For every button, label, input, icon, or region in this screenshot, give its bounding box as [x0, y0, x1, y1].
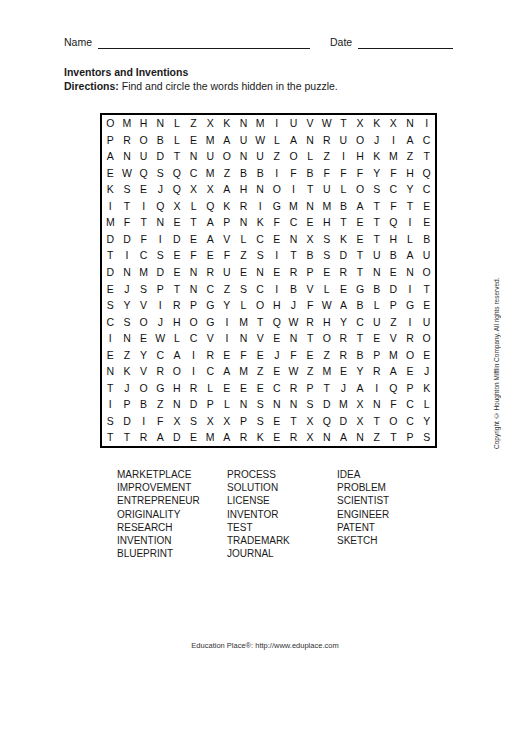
- grid-cell-r5c2: S: [119, 181, 136, 198]
- grid-cell-r6c10: I: [252, 198, 269, 215]
- grid-cell-r5c16: O: [352, 181, 369, 198]
- grid-cell-r14c17: E: [368, 330, 385, 347]
- word-list-column: MARKETPLACEIMPROVEMENTENTREPRENEURORIGIN…: [117, 468, 227, 560]
- grid-cell-r5c6: X: [185, 181, 202, 198]
- word-list-column: PROCESSSOLUTIONLICENSEINVENTORTESTTRADEM…: [227, 468, 337, 560]
- word-list: MARKETPLACEIMPROVEMENTENTREPRENEURORIGIN…: [117, 468, 447, 560]
- grid-cell-r1c13: V: [302, 115, 319, 132]
- grid-cell-r20c10: K: [252, 429, 269, 446]
- grid-cell-r13c18: Z: [385, 314, 402, 331]
- grid-cell-r17c19: P: [402, 380, 419, 397]
- grid-cell-r8c14: S: [318, 231, 335, 248]
- grid-cell-r20c18: T: [385, 429, 402, 446]
- grid-cell-r2c8: A: [219, 132, 236, 149]
- grid-cell-r16c15: E: [335, 363, 352, 380]
- grid-cell-r12c6: P: [185, 297, 202, 314]
- grid-cell-r15c2: Z: [119, 347, 136, 364]
- word-list-item: BLUEPRINT: [117, 547, 227, 560]
- grid-cell-r10c3: M: [135, 264, 152, 281]
- grid-cell-r1c15: T: [335, 115, 352, 132]
- grid-cell-r7c3: T: [135, 214, 152, 231]
- grid-cell-r2c13: N: [302, 132, 319, 149]
- grid-cell-r5c12: I: [285, 181, 302, 198]
- grid-cell-r17c7: L: [202, 380, 219, 397]
- grid-cell-r7c17: T: [368, 214, 385, 231]
- grid-cell-r19c10: S: [252, 413, 269, 430]
- grid-cell-r1c10: M: [252, 115, 269, 132]
- grid-cell-r10c16: T: [352, 264, 369, 281]
- grid-cell-r2c10: W: [252, 132, 269, 149]
- grid-cell-r14c1: I: [102, 330, 119, 347]
- grid-cell-r17c11: C: [268, 380, 285, 397]
- grid-cell-r15c9: F: [235, 347, 252, 364]
- grid-cell-r6c9: R: [235, 198, 252, 215]
- grid-cell-r8c10: C: [252, 231, 269, 248]
- grid-cell-r7c10: K: [252, 214, 269, 231]
- grid-cell-r14c16: T: [352, 330, 369, 347]
- grid-cell-r1c2: M: [119, 115, 136, 132]
- grid-cell-r18c12: N: [285, 396, 302, 413]
- grid-cell-r10c19: N: [402, 264, 419, 281]
- grid-cell-r4c11: I: [268, 165, 285, 182]
- grid-cell-r19c20: Y: [418, 413, 435, 430]
- date-blank-line: [358, 36, 453, 49]
- grid-cell-r20c15: A: [335, 429, 352, 446]
- grid-cell-r4c5: Q: [169, 165, 186, 182]
- grid-cell-r17c2: J: [119, 380, 136, 397]
- grid-cell-r7c16: E: [352, 214, 369, 231]
- word-list-item: LICENSE: [227, 494, 337, 507]
- grid-cell-r8c16: E: [352, 231, 369, 248]
- grid-cell-r15c19: O: [402, 347, 419, 364]
- worksheet-title: Inventors and Inventions: [64, 66, 188, 78]
- grid-cell-r15c18: M: [385, 347, 402, 364]
- grid-cell-r12c2: Y: [119, 297, 136, 314]
- grid-cell-r5c3: E: [135, 181, 152, 198]
- grid-cell-r9c2: I: [119, 247, 136, 264]
- grid-cell-r14c14: O: [318, 330, 335, 347]
- grid-cell-r13c10: T: [252, 314, 269, 331]
- word-list-item: PATENT: [337, 521, 447, 534]
- grid-cell-r7c13: E: [302, 214, 319, 231]
- grid-cell-r13c1: C: [102, 314, 119, 331]
- word-list-item: SCIENTIST: [337, 494, 447, 507]
- grid-cell-r9c10: S: [252, 247, 269, 264]
- grid-cell-r4c9: B: [235, 165, 252, 182]
- grid-cell-r19c2: D: [119, 413, 136, 430]
- grid-cell-r12c3: V: [135, 297, 152, 314]
- grid-cell-r8c7: A: [202, 231, 219, 248]
- grid-cell-r19c19: C: [402, 413, 419, 430]
- grid-cell-r15c8: E: [219, 347, 236, 364]
- grid-cell-r19c15: D: [335, 413, 352, 430]
- grid-cell-r9c11: I: [268, 247, 285, 264]
- grid-cell-r17c15: J: [335, 380, 352, 397]
- grid-cell-r3c10: U: [252, 148, 269, 165]
- grid-cell-r1c6: Z: [185, 115, 202, 132]
- grid-cell-r10c20: O: [418, 264, 435, 281]
- grid-cell-r3c7: U: [202, 148, 219, 165]
- grid-cell-r12c12: J: [285, 297, 302, 314]
- grid-cell-r18c4: Z: [152, 396, 169, 413]
- grid-cell-r7c14: H: [318, 214, 335, 231]
- grid-cell-r8c3: F: [135, 231, 152, 248]
- grid-cell-r5c9: H: [235, 181, 252, 198]
- grid-cell-r8c4: I: [152, 231, 169, 248]
- grid-cell-r8c19: L: [402, 231, 419, 248]
- grid-cell-r6c12: M: [285, 198, 302, 215]
- grid-cell-r9c8: F: [219, 247, 236, 264]
- word-list-item: ENTREPRENEUR: [117, 494, 227, 507]
- grid-cell-r17c8: E: [219, 380, 236, 397]
- grid-cell-r6c3: I: [135, 198, 152, 215]
- grid-cell-r8c12: N: [285, 231, 302, 248]
- grid-cell-r14c4: W: [152, 330, 169, 347]
- grid-cell-r13c12: W: [285, 314, 302, 331]
- word-list-item: SOLUTION: [227, 481, 337, 494]
- grid-cell-r12c20: E: [418, 297, 435, 314]
- grid-cell-r13c4: J: [152, 314, 169, 331]
- grid-cell-r13c9: M: [235, 314, 252, 331]
- grid-cell-r8c17: T: [368, 231, 385, 248]
- grid-cell-r13c7: G: [202, 314, 219, 331]
- grid-cell-r19c11: E: [268, 413, 285, 430]
- grid-cell-r12c15: A: [335, 297, 352, 314]
- grid-cell-r5c8: A: [219, 181, 236, 198]
- grid-cell-r3c16: H: [352, 148, 369, 165]
- grid-cell-r10c9: E: [235, 264, 252, 281]
- directions-label: Directions:: [64, 80, 119, 92]
- grid-cell-r11c1: E: [102, 280, 119, 297]
- grid-cell-r15c4: C: [152, 347, 169, 364]
- grid-cell-r18c6: D: [185, 396, 202, 413]
- grid-cell-r6c4: Q: [152, 198, 169, 215]
- grid-cell-r12c16: B: [352, 297, 369, 314]
- grid-cell-r7c1: M: [102, 214, 119, 231]
- grid-cell-r6c6: L: [185, 198, 202, 215]
- date-label: Date: [330, 36, 352, 49]
- grid-cell-r15c12: F: [285, 347, 302, 364]
- grid-cell-r16c7: C: [202, 363, 219, 380]
- grid-cell-r5c18: C: [385, 181, 402, 198]
- grid-cell-r9c15: D: [335, 247, 352, 264]
- grid-cell-r1c1: O: [102, 115, 119, 132]
- grid-cell-r18c16: X: [352, 396, 369, 413]
- grid-cell-r3c1: A: [102, 148, 119, 165]
- grid-cell-r13c6: O: [185, 314, 202, 331]
- name-date-row: Name Date: [64, 36, 456, 49]
- grid-cell-r14c3: E: [135, 330, 152, 347]
- grid-cell-r17c17: I: [368, 380, 385, 397]
- grid-cell-r17c4: G: [152, 380, 169, 397]
- grid-cell-r5c7: X: [202, 181, 219, 198]
- grid-cell-r8c2: D: [119, 231, 136, 248]
- grid-cell-r10c1: D: [102, 264, 119, 281]
- grid-cell-r9c3: C: [135, 247, 152, 264]
- grid-cell-r14c9: N: [235, 330, 252, 347]
- grid-cell-r3c4: D: [152, 148, 169, 165]
- grid-cell-r18c7: P: [202, 396, 219, 413]
- grid-cell-r1c16: X: [352, 115, 369, 132]
- grid-cell-r11c14: L: [318, 280, 335, 297]
- grid-cell-r19c7: X: [202, 413, 219, 430]
- grid-cell-r10c6: N: [185, 264, 202, 281]
- grid-cell-r19c4: F: [152, 413, 169, 430]
- grid-cell-r4c2: W: [119, 165, 136, 182]
- grid-cell-r19c16: X: [352, 413, 369, 430]
- grid-cell-r11c18: D: [385, 280, 402, 297]
- grid-cell-r18c14: D: [318, 396, 335, 413]
- name-label: Name: [64, 36, 92, 49]
- grid-cell-r2c6: E: [185, 132, 202, 149]
- grid-cell-r9c18: B: [385, 247, 402, 264]
- word-list-item: INVENTOR: [227, 508, 337, 521]
- grid-cell-r11c6: N: [185, 280, 202, 297]
- grid-cell-r16c13: Z: [302, 363, 319, 380]
- grid-cell-r19c13: X: [302, 413, 319, 430]
- grid-cell-r8c6: E: [185, 231, 202, 248]
- grid-cell-r8c11: E: [268, 231, 285, 248]
- grid-cell-r20c11: E: [268, 429, 285, 446]
- grid-cell-r4c14: F: [318, 165, 335, 182]
- footer-url: Education Place®: http://www.eduplace.co…: [0, 641, 530, 650]
- grid-cell-r12c17: L: [368, 297, 385, 314]
- grid-cell-r3c8: O: [219, 148, 236, 165]
- grid-cell-r1c11: I: [268, 115, 285, 132]
- grid-cell-r3c15: I: [335, 148, 352, 165]
- grid-cell-r9c20: U: [418, 247, 435, 264]
- grid-cell-r13c13: R: [302, 314, 319, 331]
- grid-cell-r15c3: Y: [135, 347, 152, 364]
- grid-cell-r1c20: I: [418, 115, 435, 132]
- grid-cell-r4c8: Z: [219, 165, 236, 182]
- grid-cell-r14c15: R: [335, 330, 352, 347]
- grid-cell-r20c2: T: [119, 429, 136, 446]
- name-blank-line: [98, 36, 310, 49]
- grid-cell-r13c17: U: [368, 314, 385, 331]
- grid-cell-r4c16: F: [352, 165, 369, 182]
- grid-cell-r16c1: N: [102, 363, 119, 380]
- word-list-item: PROBLEM: [337, 481, 447, 494]
- grid-cell-r3c14: Z: [318, 148, 335, 165]
- grid-cell-r1c7: X: [202, 115, 219, 132]
- grid-cell-r3c17: K: [368, 148, 385, 165]
- grid-cell-r8c15: K: [335, 231, 352, 248]
- word-list-item: RESEARCH: [117, 521, 227, 534]
- grid-cell-r11c15: E: [335, 280, 352, 297]
- grid-cell-r4c15: F: [335, 165, 352, 182]
- grid-cell-r18c5: N: [169, 396, 186, 413]
- grid-cell-r2c15: U: [335, 132, 352, 149]
- grid-cell-r5c17: S: [368, 181, 385, 198]
- directions-text: Find and circle the words hidden in the …: [119, 80, 338, 92]
- grid-cell-r11c10: C: [252, 280, 269, 297]
- grid-cell-r7c15: T: [335, 214, 352, 231]
- grid-cell-r18c20: L: [418, 396, 435, 413]
- word-list-item: MARKETPLACE: [117, 468, 227, 481]
- grid-cell-r12c11: H: [268, 297, 285, 314]
- grid-cell-r11c4: P: [152, 280, 169, 297]
- grid-cell-r14c18: V: [385, 330, 402, 347]
- grid-cell-r11c3: S: [135, 280, 152, 297]
- grid-cell-r17c18: Q: [385, 380, 402, 397]
- grid-cell-r14c5: L: [169, 330, 186, 347]
- grid-cell-r12c8: Y: [219, 297, 236, 314]
- grid-cell-r16c12: W: [285, 363, 302, 380]
- grid-cell-r12c5: R: [169, 297, 186, 314]
- grid-cell-r5c11: O: [268, 181, 285, 198]
- grid-cell-r14c7: V: [202, 330, 219, 347]
- grid-cell-r6c16: A: [352, 198, 369, 215]
- grid-cell-r5c13: T: [302, 181, 319, 198]
- grid-cell-r15c7: R: [202, 347, 219, 364]
- grid-cell-r3c12: O: [285, 148, 302, 165]
- grid-cell-r15c13: E: [302, 347, 319, 364]
- grid-cell-r6c18: F: [385, 198, 402, 215]
- grid-cell-r9c13: B: [302, 247, 319, 264]
- grid-cell-r6c13: N: [302, 198, 319, 215]
- grid-cell-r3c5: T: [169, 148, 186, 165]
- grid-cell-r1c12: U: [285, 115, 302, 132]
- grid-cell-r3c20: T: [418, 148, 435, 165]
- grid-cell-r2c1: P: [102, 132, 119, 149]
- grid-cell-r7c20: E: [418, 214, 435, 231]
- grid-cell-r19c5: X: [169, 413, 186, 430]
- grid-cell-r8c1: D: [102, 231, 119, 248]
- grid-cell-r9c12: T: [285, 247, 302, 264]
- grid-cell-r6c15: B: [335, 198, 352, 215]
- grid-cell-r13c2: S: [119, 314, 136, 331]
- grid-cell-r4c17: Y: [368, 165, 385, 182]
- worksheet-page: Name Date Inventors and Inventions Direc…: [0, 0, 530, 749]
- word-list-item: IMPROVEMENT: [117, 481, 227, 494]
- grid-cell-r18c2: P: [119, 396, 136, 413]
- grid-cell-r7c5: E: [169, 214, 186, 231]
- word-list-column: IDEAPROBLEMSCIENTISTENGINEERPATENTSKETCH: [337, 468, 447, 560]
- word-list-item: TEST: [227, 521, 337, 534]
- grid-cell-r20c8: A: [219, 429, 236, 446]
- grid-cell-r16c4: R: [152, 363, 169, 380]
- grid-cell-r10c4: D: [152, 264, 169, 281]
- grid-cell-r18c17: N: [368, 396, 385, 413]
- grid-cell-r16c6: I: [185, 363, 202, 380]
- grid-cell-r2c19: A: [402, 132, 419, 149]
- grid-cell-r15c16: B: [352, 347, 369, 364]
- grid-cell-r16c10: Z: [252, 363, 269, 380]
- grid-cell-r14c13: T: [302, 330, 319, 347]
- grid-cell-r14c2: N: [119, 330, 136, 347]
- grid-cell-r3c18: M: [385, 148, 402, 165]
- grid-cell-r1c14: W: [318, 115, 335, 132]
- grid-cell-r16c17: R: [368, 363, 385, 380]
- grid-cell-r19c3: I: [135, 413, 152, 430]
- grid-cell-r16c14: M: [318, 363, 335, 380]
- grid-cell-r19c1: S: [102, 413, 119, 430]
- grid-cell-r13c5: H: [169, 314, 186, 331]
- grid-cell-r6c8: K: [219, 198, 236, 215]
- grid-cell-r20c17: Z: [368, 429, 385, 446]
- grid-cell-r11c7: C: [202, 280, 219, 297]
- grid-cell-r20c5: D: [169, 429, 186, 446]
- copyright-sidebar: Copyright © Houghton Mifflin Company. Al…: [493, 237, 500, 449]
- grid-cell-r17c20: K: [418, 380, 435, 397]
- grid-cell-r11c20: T: [418, 280, 435, 297]
- grid-cell-r18c13: S: [302, 396, 319, 413]
- grid-cell-r15c11: J: [268, 347, 285, 364]
- grid-cell-r3c11: Z: [268, 148, 285, 165]
- grid-cell-r4c19: H: [402, 165, 419, 182]
- grid-cell-r17c1: T: [102, 380, 119, 397]
- grid-cell-r14c8: I: [219, 330, 236, 347]
- grid-cell-r4c3: Q: [135, 165, 152, 182]
- grid-cell-r18c3: B: [135, 396, 152, 413]
- grid-cell-r6c17: T: [368, 198, 385, 215]
- grid-cell-r20c6: E: [185, 429, 202, 446]
- grid-cell-r4c6: C: [185, 165, 202, 182]
- grid-cell-r19c6: S: [185, 413, 202, 430]
- grid-cell-r7c18: Q: [385, 214, 402, 231]
- grid-cell-r13c14: H: [318, 314, 335, 331]
- grid-cell-r16c8: A: [219, 363, 236, 380]
- grid-cell-r15c14: Z: [318, 347, 335, 364]
- grid-cell-r14c10: V: [252, 330, 269, 347]
- grid-cell-r19c8: X: [219, 413, 236, 430]
- grid-cell-r1c8: K: [219, 115, 236, 132]
- grid-cell-r8c9: L: [235, 231, 252, 248]
- grid-cell-r12c18: P: [385, 297, 402, 314]
- grid-cell-r7c4: N: [152, 214, 169, 231]
- word-list-item: ORIGINALITY: [117, 508, 227, 521]
- grid-cell-r7c8: P: [219, 214, 236, 231]
- grid-cell-r6c7: Q: [202, 198, 219, 215]
- grid-cell-r5c5: Q: [169, 181, 186, 198]
- grid-cell-r10c10: N: [252, 264, 269, 281]
- grid-cell-r2c18: I: [385, 132, 402, 149]
- grid-cell-r7c7: A: [202, 214, 219, 231]
- grid-cell-r19c12: T: [285, 413, 302, 430]
- grid-cell-r11c13: V: [302, 280, 319, 297]
- grid-cell-r2c7: M: [202, 132, 219, 149]
- grid-cell-r10c2: N: [119, 264, 136, 281]
- word-list-item: INVENTION: [117, 534, 227, 547]
- grid-cell-r1c17: K: [368, 115, 385, 132]
- grid-cell-r5c14: U: [318, 181, 335, 198]
- grid-cell-r17c3: O: [135, 380, 152, 397]
- grid-cell-r11c16: G: [352, 280, 369, 297]
- grid-cell-r8c5: D: [169, 231, 186, 248]
- grid-cell-r20c4: A: [152, 429, 169, 446]
- grid-cell-r20c20: S: [418, 429, 435, 446]
- grid-cell-r15c10: E: [252, 347, 269, 364]
- grid-cell-r9c16: T: [352, 247, 369, 264]
- grid-cell-r8c20: B: [418, 231, 435, 248]
- grid-cell-r12c4: I: [152, 297, 169, 314]
- grid-cell-r6c14: M: [318, 198, 335, 215]
- word-list-item: TRADEMARK: [227, 534, 337, 547]
- grid-cell-r20c19: P: [402, 429, 419, 446]
- grid-cell-r15c1: E: [102, 347, 119, 364]
- grid-cell-r12c13: F: [302, 297, 319, 314]
- grid-cell-r4c10: B: [252, 165, 269, 182]
- word-list-item: SKETCH: [337, 534, 447, 547]
- grid-cell-r6c20: E: [418, 198, 435, 215]
- grid-cell-r10c7: R: [202, 264, 219, 281]
- grid-cell-r3c9: N: [235, 148, 252, 165]
- grid-cell-r3c2: N: [119, 148, 136, 165]
- grid-cell-r9c5: E: [169, 247, 186, 264]
- grid-cell-r6c2: T: [119, 198, 136, 215]
- grid-cell-r20c12: R: [285, 429, 302, 446]
